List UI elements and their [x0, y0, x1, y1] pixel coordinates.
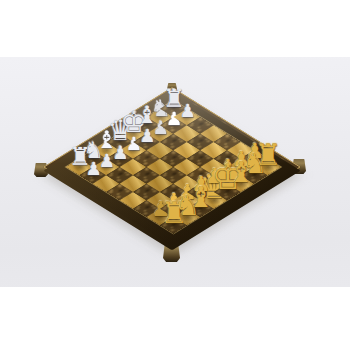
piece-glyph: ♜	[249, 140, 285, 170]
product-photo: ♜♞♝♛♚♝♞♜♟♟♟♟♟♟♟♟♟♟♟♟♟♟♟♟♜♞♝♛♚♝♞♜	[0, 0, 350, 350]
piece-glyph: ♟	[129, 127, 165, 145]
piece-glyph: ♟	[102, 144, 138, 162]
piece-glyph: ♟	[169, 102, 205, 120]
